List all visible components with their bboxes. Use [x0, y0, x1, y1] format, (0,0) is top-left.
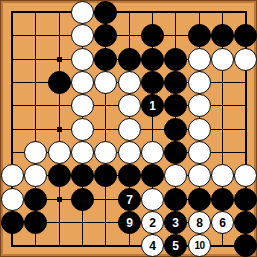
stone-black[interactable]: [234, 24, 257, 47]
stone-white[interactable]: [188, 118, 211, 141]
stone-white[interactable]: [94, 141, 117, 164]
stone-black[interactable]: [48, 164, 71, 187]
star-point: [57, 127, 62, 132]
move-number-6: 6: [219, 217, 226, 229]
move-number-4: 4: [149, 240, 156, 252]
stone-white[interactable]: 2: [141, 211, 164, 234]
star-point: [57, 197, 62, 202]
stone-black[interactable]: [141, 71, 164, 94]
stone-black[interactable]: [24, 188, 47, 211]
stone-black[interactable]: [1, 211, 24, 234]
stone-white[interactable]: [24, 164, 47, 187]
move-number-9: 9: [126, 217, 133, 229]
stone-white[interactable]: [71, 118, 94, 141]
stone-black[interactable]: [71, 188, 94, 211]
stone-white[interactable]: [71, 141, 94, 164]
stone-white[interactable]: 8: [188, 211, 211, 234]
stone-black[interactable]: 5: [164, 234, 187, 257]
stone-white[interactable]: [1, 164, 24, 187]
stone-white[interactable]: [188, 94, 211, 117]
stone-white[interactable]: [234, 164, 257, 187]
stone-black[interactable]: [94, 164, 117, 187]
stone-white[interactable]: [141, 141, 164, 164]
stone-black[interactable]: [48, 71, 71, 94]
stone-black[interactable]: [141, 164, 164, 187]
stone-white[interactable]: [24, 141, 47, 164]
stone-white[interactable]: [234, 48, 257, 71]
stone-black[interactable]: [164, 94, 187, 117]
stone-white[interactable]: [188, 141, 211, 164]
stone-white[interactable]: [211, 164, 234, 187]
stone-black[interactable]: 9: [118, 211, 141, 234]
stone-black[interactable]: [211, 188, 234, 211]
stone-white[interactable]: [211, 48, 234, 71]
move-number-1: 1: [149, 100, 156, 112]
stone-black[interactable]: [188, 188, 211, 211]
stone-black[interactable]: [71, 164, 94, 187]
stone-white[interactable]: [71, 94, 94, 117]
move-number-5: 5: [172, 240, 179, 252]
stone-white[interactable]: [141, 188, 164, 211]
stone-black[interactable]: [94, 48, 117, 71]
stone-black[interactable]: [164, 141, 187, 164]
move-number-2: 2: [149, 217, 156, 229]
stone-white[interactable]: [188, 48, 211, 71]
stone-white[interactable]: [94, 71, 117, 94]
stone-white[interactable]: [118, 141, 141, 164]
stone-black[interactable]: 1: [141, 94, 164, 117]
stone-white[interactable]: 6: [211, 211, 234, 234]
stone-black[interactable]: 7: [118, 188, 141, 211]
stone-white[interactable]: [71, 71, 94, 94]
go-board[interactable]: 17923864510: [0, 0, 257, 257]
stone-black[interactable]: [234, 211, 257, 234]
stone-black[interactable]: [118, 48, 141, 71]
move-number-8: 8: [196, 217, 203, 229]
stone-black[interactable]: [24, 211, 47, 234]
stone-white[interactable]: [48, 141, 71, 164]
move-number-10: 10: [194, 241, 204, 251]
stone-black[interactable]: [141, 24, 164, 47]
stone-white[interactable]: [118, 94, 141, 117]
stone-white[interactable]: [71, 48, 94, 71]
stone-black[interactable]: 3: [164, 211, 187, 234]
stone-white[interactable]: [118, 118, 141, 141]
star-point: [57, 57, 62, 62]
stone-white[interactable]: [71, 1, 94, 24]
stone-black[interactable]: [94, 24, 117, 47]
stone-white[interactable]: [188, 71, 211, 94]
stone-black[interactable]: [118, 164, 141, 187]
stone-white[interactable]: [118, 71, 141, 94]
stone-black[interactable]: [164, 118, 187, 141]
stone-black[interactable]: [234, 188, 257, 211]
stone-black[interactable]: [94, 1, 117, 24]
stone-white[interactable]: 10: [188, 234, 211, 257]
stone-black[interactable]: [234, 234, 257, 257]
stone-black[interactable]: [164, 48, 187, 71]
stone-white[interactable]: [164, 164, 187, 187]
stone-black[interactable]: [211, 24, 234, 47]
move-number-7: 7: [126, 194, 133, 206]
stone-white[interactable]: 4: [141, 234, 164, 257]
move-number-3: 3: [172, 217, 179, 229]
stone-black[interactable]: [164, 71, 187, 94]
stone-white[interactable]: [1, 188, 24, 211]
stone-white[interactable]: [188, 164, 211, 187]
stone-black[interactable]: [188, 24, 211, 47]
stone-white[interactable]: [71, 24, 94, 47]
stone-black[interactable]: [141, 48, 164, 71]
stone-black[interactable]: [164, 188, 187, 211]
